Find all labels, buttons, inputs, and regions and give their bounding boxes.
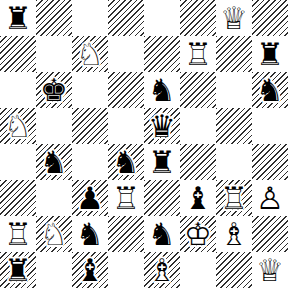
piece-halo: ♞ <box>36 216 72 252</box>
square-g8[interactable]: ♛♕ <box>216 0 252 36</box>
square-g2[interactable]: ♝♗ <box>216 216 252 252</box>
black-knight: ♞ <box>36 144 72 180</box>
white-rook: ♖ <box>0 216 36 252</box>
piece-halo: ♜ <box>108 180 144 216</box>
square-a3[interactable] <box>0 180 36 216</box>
black-bishop: ♝ <box>180 180 216 216</box>
white-knight: ♘ <box>0 108 36 144</box>
piece-halo: ♜ <box>144 144 180 180</box>
black-queen: ♛ <box>144 108 180 144</box>
black-knight: ♞ <box>252 72 288 108</box>
square-b3[interactable] <box>36 180 72 216</box>
square-h4[interactable] <box>252 144 288 180</box>
piece-halo: ♜ <box>0 0 36 36</box>
square-g3[interactable]: ♜♖ <box>216 180 252 216</box>
square-g5[interactable] <box>216 108 252 144</box>
square-b8[interactable] <box>36 0 72 36</box>
piece-halo: ♞ <box>72 36 108 72</box>
piece-halo: ♝ <box>216 216 252 252</box>
white-rook: ♖ <box>216 180 252 216</box>
square-h6[interactable]: ♞♞ <box>252 72 288 108</box>
square-g4[interactable] <box>216 144 252 180</box>
square-c3[interactable]: ♟♟ <box>72 180 108 216</box>
white-rook: ♖ <box>180 36 216 72</box>
square-a4[interactable] <box>0 144 36 180</box>
piece-halo: ♝ <box>180 180 216 216</box>
square-f8[interactable] <box>180 0 216 36</box>
square-h7[interactable]: ♜♜ <box>252 36 288 72</box>
square-f2[interactable]: ♚♔ <box>180 216 216 252</box>
square-d5[interactable] <box>108 108 144 144</box>
piece-halo: ♞ <box>144 72 180 108</box>
square-b7[interactable] <box>36 36 72 72</box>
piece-halo: ♞ <box>252 72 288 108</box>
black-bishop: ♝ <box>72 252 108 288</box>
white-rook: ♖ <box>108 180 144 216</box>
square-c7[interactable]: ♞♘ <box>72 36 108 72</box>
white-bishop: ♗ <box>144 252 180 288</box>
chess-board: ♜♜♛♕♞♘♜♖♜♜♚♚♞♞♞♞♞♘♛♛♞♞♞♞♜♜♟♟♜♖♝♝♜♖♟♙♜♖♞♘… <box>0 0 288 288</box>
square-f1[interactable] <box>180 252 216 288</box>
square-h5[interactable] <box>252 108 288 144</box>
square-d3[interactable]: ♜♖ <box>108 180 144 216</box>
piece-halo: ♞ <box>0 108 36 144</box>
piece-halo: ♜ <box>180 36 216 72</box>
square-a6[interactable] <box>0 72 36 108</box>
piece-halo: ♟ <box>72 180 108 216</box>
black-pawn: ♟ <box>72 180 108 216</box>
black-rook: ♜ <box>0 252 36 288</box>
square-h3[interactable]: ♟♙ <box>252 180 288 216</box>
square-e7[interactable] <box>144 36 180 72</box>
piece-halo: ♚ <box>36 72 72 108</box>
white-knight: ♘ <box>36 216 72 252</box>
white-king: ♔ <box>180 216 216 252</box>
square-c2[interactable]: ♞♞ <box>72 216 108 252</box>
piece-halo: ♝ <box>144 252 180 288</box>
piece-halo: ♜ <box>252 36 288 72</box>
square-f5[interactable] <box>180 108 216 144</box>
piece-halo: ♞ <box>144 216 180 252</box>
square-c1[interactable]: ♝♝ <box>72 252 108 288</box>
square-g6[interactable] <box>216 72 252 108</box>
square-f3[interactable]: ♝♝ <box>180 180 216 216</box>
square-h2[interactable] <box>252 216 288 252</box>
black-rook: ♜ <box>252 36 288 72</box>
piece-halo: ♞ <box>72 216 108 252</box>
square-c4[interactable] <box>72 144 108 180</box>
square-b6[interactable]: ♚♚ <box>36 72 72 108</box>
black-knight: ♞ <box>144 72 180 108</box>
black-king: ♚ <box>36 72 72 108</box>
square-c5[interactable] <box>72 108 108 144</box>
white-queen: ♕ <box>252 252 288 288</box>
black-knight: ♞ <box>72 216 108 252</box>
square-h8[interactable] <box>252 0 288 36</box>
square-e4[interactable]: ♜♜ <box>144 144 180 180</box>
square-d6[interactable] <box>108 72 144 108</box>
piece-halo: ♛ <box>216 0 252 36</box>
square-g7[interactable] <box>216 36 252 72</box>
white-knight: ♘ <box>72 36 108 72</box>
square-e1[interactable]: ♝♗ <box>144 252 180 288</box>
piece-halo: ♚ <box>180 216 216 252</box>
square-d2[interactable] <box>108 216 144 252</box>
square-f6[interactable] <box>180 72 216 108</box>
square-d7[interactable] <box>108 36 144 72</box>
white-bishop: ♗ <box>216 216 252 252</box>
black-knight: ♞ <box>108 144 144 180</box>
square-a2[interactable]: ♜♖ <box>0 216 36 252</box>
square-e2[interactable]: ♞♞ <box>144 216 180 252</box>
square-a5[interactable]: ♞♘ <box>0 108 36 144</box>
piece-halo: ♜ <box>0 252 36 288</box>
piece-halo: ♞ <box>108 144 144 180</box>
square-b2[interactable]: ♞♘ <box>36 216 72 252</box>
piece-halo: ♝ <box>72 252 108 288</box>
square-a1[interactable]: ♜♜ <box>0 252 36 288</box>
square-b5[interactable] <box>36 108 72 144</box>
piece-halo: ♜ <box>216 180 252 216</box>
piece-halo: ♜ <box>0 216 36 252</box>
white-queen: ♕ <box>216 0 252 36</box>
piece-halo: ♟ <box>252 180 288 216</box>
square-a8[interactable]: ♜♜ <box>0 0 36 36</box>
square-c8[interactable] <box>72 0 108 36</box>
black-knight: ♞ <box>144 216 180 252</box>
square-b4[interactable]: ♞♞ <box>36 144 72 180</box>
piece-halo: ♛ <box>252 252 288 288</box>
black-rook: ♜ <box>144 144 180 180</box>
square-d1[interactable] <box>108 252 144 288</box>
white-pawn: ♙ <box>252 180 288 216</box>
square-d4[interactable]: ♞♞ <box>108 144 144 180</box>
square-h1[interactable]: ♛♕ <box>252 252 288 288</box>
piece-halo: ♛ <box>144 108 180 144</box>
square-e6[interactable]: ♞♞ <box>144 72 180 108</box>
black-rook: ♜ <box>0 0 36 36</box>
square-f7[interactable]: ♜♖ <box>180 36 216 72</box>
square-g1[interactable] <box>216 252 252 288</box>
square-e3[interactable] <box>144 180 180 216</box>
square-f4[interactable] <box>180 144 216 180</box>
piece-halo: ♞ <box>36 144 72 180</box>
square-e5[interactable]: ♛♛ <box>144 108 180 144</box>
square-b1[interactable] <box>36 252 72 288</box>
square-d8[interactable] <box>108 0 144 36</box>
square-c6[interactable] <box>72 72 108 108</box>
square-e8[interactable] <box>144 0 180 36</box>
square-a7[interactable] <box>0 36 36 72</box>
